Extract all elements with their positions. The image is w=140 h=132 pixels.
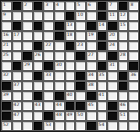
black-cell-r9c8 (75, 81, 86, 91)
white-cell-r13c1[interactable]: 52 (1, 121, 12, 131)
clue-number-12: 12 (120, 12, 126, 17)
white-cell-r12c4[interactable] (33, 111, 44, 121)
clue-number-38: 38 (88, 82, 94, 87)
white-cell-r3c12[interactable]: 15 (118, 21, 129, 31)
clue-number-24: 24 (109, 42, 115, 47)
white-cell-r11c13[interactable] (128, 101, 139, 111)
black-cell-r3c6 (54, 21, 65, 31)
white-cell-r5c13[interactable] (128, 41, 139, 51)
white-cell-r2c12[interactable]: 12 (118, 11, 129, 21)
clue-number-26: 26 (35, 52, 41, 57)
white-cell-r9c13[interactable] (128, 81, 139, 91)
black-cell-r9c1 (1, 81, 12, 91)
white-cell-r8c3[interactable] (22, 71, 33, 81)
black-cell-r5c10 (97, 41, 108, 51)
white-cell-r13c12[interactable] (118, 121, 129, 131)
white-cell-r10c1[interactable]: 39 (1, 91, 12, 101)
white-cell-r7c1[interactable] (1, 61, 12, 71)
black-cell-r6c3 (22, 51, 33, 61)
white-cell-r6c12[interactable]: 28 (118, 51, 129, 61)
clue-number-11: 11 (109, 12, 115, 17)
white-cell-r8c7[interactable] (65, 71, 76, 81)
white-cell-r8c11[interactable] (107, 71, 118, 81)
clue-number-42: 42 (14, 102, 20, 107)
white-cell-r5c6[interactable] (54, 41, 65, 51)
white-cell-r7c4[interactable] (33, 61, 44, 71)
white-cell-r6c2[interactable] (12, 51, 23, 61)
white-cell-r7c7[interactable] (65, 61, 76, 71)
black-cell-r3c2 (12, 21, 23, 31)
clue-number-51: 51 (120, 112, 126, 117)
white-cell-r4c8[interactable] (75, 31, 86, 41)
black-cell-r11c11 (107, 101, 118, 111)
clue-number-9: 9 (3, 12, 6, 17)
white-cell-r13c6[interactable] (54, 121, 65, 131)
white-cell-r2c13[interactable] (128, 11, 139, 21)
white-cell-r3c1[interactable] (1, 21, 12, 31)
white-cell-r9c4[interactable] (33, 81, 44, 91)
clue-number-27: 27 (88, 52, 94, 57)
white-cell-r6c10[interactable] (97, 51, 108, 61)
clue-number-6: 6 (88, 2, 91, 7)
white-cell-r7c9[interactable] (86, 61, 97, 71)
white-cell-r1c11[interactable]: 7 (107, 1, 118, 11)
clue-number-54: 54 (99, 122, 105, 127)
white-cell-r11c10[interactable] (97, 101, 108, 111)
white-cell-r5c9[interactable] (86, 41, 97, 51)
clue-number-36: 36 (130, 72, 136, 77)
clue-number-47: 47 (14, 112, 20, 117)
white-cell-r6c6[interactable] (54, 51, 65, 61)
white-cell-r13c2[interactable] (12, 121, 23, 131)
clue-number-41: 41 (99, 92, 105, 97)
black-cell-r13c9 (86, 121, 97, 131)
white-cell-r12c3[interactable] (22, 111, 33, 121)
white-cell-r13c5[interactable]: 53 (43, 121, 54, 131)
clue-number-5: 5 (77, 2, 80, 7)
clue-number-34: 34 (88, 72, 94, 77)
white-cell-r7c12[interactable] (118, 61, 129, 71)
white-cell-r13c11[interactable] (107, 121, 118, 131)
clue-number-16: 16 (3, 32, 9, 37)
white-cell-r10c13[interactable] (128, 91, 139, 101)
clue-number-48: 48 (56, 112, 62, 117)
clue-number-40: 40 (67, 92, 73, 97)
black-cell-r9c12 (118, 81, 129, 91)
white-cell-r10c3[interactable] (22, 91, 33, 101)
white-cell-r2c4[interactable] (33, 11, 44, 21)
white-cell-r8c1[interactable]: 32 (1, 71, 12, 81)
clue-number-32: 32 (3, 72, 9, 77)
white-cell-r11c5[interactable] (43, 101, 54, 111)
white-cell-r2c3[interactable] (22, 11, 33, 21)
black-cell-r3c4 (33, 21, 44, 31)
black-cell-r11c7 (65, 101, 76, 111)
black-cell-r10c4 (33, 91, 44, 101)
clue-number-45: 45 (88, 102, 94, 107)
white-cell-r2c5[interactable] (43, 11, 54, 21)
white-cell-r10c10[interactable]: 41 (97, 91, 108, 101)
black-cell-r6c11 (107, 51, 118, 61)
white-cell-r3c13[interactable] (128, 21, 139, 31)
white-cell-r12c13[interactable] (128, 111, 139, 121)
white-cell-r12c9[interactable] (86, 111, 97, 121)
white-cell-r2c1[interactable]: 9 (1, 11, 12, 21)
white-cell-r6c1[interactable]: 25 (1, 51, 12, 61)
white-cell-r1c5[interactable]: 3 (43, 1, 54, 11)
clue-number-20: 20 (109, 32, 115, 37)
white-cell-r9c6[interactable] (54, 81, 65, 91)
white-cell-r1c6[interactable]: 4 (54, 1, 65, 11)
white-cell-r8c9[interactable]: 34 (86, 71, 97, 81)
black-cell-r7c10 (97, 61, 108, 71)
white-cell-r6c5[interactable] (43, 51, 54, 61)
white-cell-r8c6[interactable] (54, 71, 65, 81)
white-cell-r2c2[interactable] (12, 11, 23, 21)
black-cell-r1c4 (33, 1, 44, 11)
white-cell-r1c8[interactable]: 5 (75, 1, 86, 11)
white-cell-r3c3[interactable] (22, 21, 33, 31)
clue-number-15: 15 (120, 22, 126, 27)
white-cell-r12c10[interactable] (97, 111, 108, 121)
black-cell-r3c9 (86, 21, 97, 31)
clue-number-23: 23 (77, 42, 83, 47)
white-cell-r5c1[interactable]: 21 (1, 41, 12, 51)
white-cell-r6c7[interactable] (65, 51, 76, 61)
clue-number-25: 25 (3, 52, 9, 57)
white-cell-r5c3[interactable] (22, 41, 33, 51)
white-cell-r5c2[interactable] (12, 41, 23, 51)
black-cell-r2c7 (65, 11, 76, 21)
clue-number-2: 2 (24, 2, 27, 7)
white-cell-r7c11[interactable]: 31 (107, 61, 118, 71)
white-cell-r12c12[interactable]: 51 (118, 111, 129, 121)
white-cell-r5c11[interactable]: 24 (107, 41, 118, 51)
white-cell-r1c13[interactable]: 8 (128, 1, 139, 11)
clue-number-52: 52 (3, 122, 9, 127)
black-cell-r13c4 (33, 121, 44, 131)
clue-number-44: 44 (56, 102, 62, 107)
white-cell-r13c7[interactable] (65, 121, 76, 131)
clue-number-33: 33 (45, 72, 51, 77)
clue-number-28: 28 (120, 52, 126, 57)
black-cell-r7c5 (43, 61, 54, 71)
crossword-grid: 1234567891011121314151617181920212223242… (0, 0, 140, 132)
white-cell-r9c2[interactable]: 37 (12, 81, 23, 91)
white-cell-r9c10[interactable] (97, 81, 108, 91)
clue-number-13: 13 (67, 22, 73, 27)
white-cell-r12c8[interactable]: 50 (75, 111, 86, 121)
white-cell-r8c10[interactable]: 35 (97, 71, 108, 81)
white-cell-r10c2[interactable] (12, 91, 23, 101)
black-cell-r8c4 (33, 71, 44, 81)
black-cell-r3c11 (107, 21, 118, 31)
black-cell-r12c1 (1, 111, 12, 121)
white-cell-r1c3[interactable]: 2 (22, 1, 33, 11)
clue-number-10: 10 (77, 12, 83, 17)
white-cell-r13c13[interactable] (128, 121, 139, 131)
white-cell-r2c11[interactable]: 11 (107, 11, 118, 21)
white-cell-r10c8[interactable] (75, 91, 86, 101)
clue-number-43: 43 (35, 102, 41, 107)
clue-number-8: 8 (130, 2, 133, 7)
white-cell-r4c5[interactable] (43, 31, 54, 41)
clue-number-19: 19 (88, 32, 94, 37)
white-cell-r11c6[interactable]: 44 (54, 101, 65, 111)
clue-number-21: 21 (3, 42, 9, 47)
clue-number-49: 49 (67, 112, 73, 117)
white-cell-r4c9[interactable]: 19 (86, 31, 97, 41)
white-cell-r4c12[interactable] (118, 31, 129, 41)
black-cell-r4c10 (97, 31, 108, 41)
white-cell-r6c4[interactable]: 26 (33, 51, 44, 61)
white-cell-r9c5[interactable] (43, 81, 54, 91)
black-cell-r7c2 (12, 61, 23, 71)
white-cell-r5c5[interactable]: 22 (43, 41, 54, 51)
white-cell-r3c10[interactable]: 14 (97, 21, 108, 31)
white-cell-r2c8[interactable]: 10 (75, 11, 86, 21)
white-cell-r2c6[interactable] (54, 11, 65, 21)
clue-number-3: 3 (45, 2, 48, 7)
white-cell-r5c8[interactable]: 23 (75, 41, 86, 51)
black-cell-r10c9 (86, 91, 97, 101)
white-cell-r4c11[interactable]: 20 (107, 31, 118, 41)
black-cell-r11c1 (1, 101, 12, 111)
white-cell-r3c7[interactable]: 13 (65, 21, 76, 31)
clue-number-31: 31 (109, 62, 115, 67)
clue-number-1: 1 (3, 2, 6, 7)
white-cell-r7c3[interactable]: 29 (22, 61, 33, 71)
black-cell-r8c12 (118, 71, 129, 81)
clue-number-39: 39 (3, 92, 9, 97)
white-cell-r11c12[interactable]: 46 (118, 101, 129, 111)
black-cell-r5c7 (65, 41, 76, 51)
clue-number-53: 53 (45, 122, 51, 127)
black-cell-r11c8 (75, 101, 86, 111)
black-cell-r1c10 (97, 1, 108, 11)
clue-number-17: 17 (14, 32, 20, 37)
white-cell-r11c2[interactable]: 42 (12, 101, 23, 111)
white-cell-r4c1[interactable]: 16 (1, 31, 12, 41)
white-cell-r8c5[interactable]: 33 (43, 71, 54, 81)
clue-number-18: 18 (67, 32, 73, 37)
white-cell-r10c5[interactable] (43, 91, 54, 101)
white-cell-r11c9[interactable]: 45 (86, 101, 97, 111)
black-cell-r7c13 (128, 61, 139, 71)
white-cell-r13c8[interactable] (75, 121, 86, 131)
white-cell-r4c7[interactable]: 18 (65, 31, 76, 41)
black-cell-r12c5 (43, 111, 54, 121)
white-cell-r8c2[interactable] (12, 71, 23, 81)
clue-number-46: 46 (120, 102, 126, 107)
white-cell-r11c4[interactable]: 43 (33, 101, 44, 111)
white-cell-r10c11[interactable] (107, 91, 118, 101)
black-cell-r12c11 (107, 111, 118, 121)
white-cell-r6c9[interactable]: 27 (86, 51, 97, 61)
white-cell-r5c12[interactable] (118, 41, 129, 51)
black-cell-r10c6 (54, 91, 65, 101)
white-cell-r11c3[interactable] (22, 101, 33, 111)
white-cell-r4c3[interactable] (22, 31, 33, 41)
white-cell-r9c11[interactable] (107, 81, 118, 91)
white-cell-r4c2[interactable]: 17 (12, 31, 23, 41)
white-cell-r2c9[interactable] (86, 11, 97, 21)
clue-number-30: 30 (56, 62, 62, 67)
white-cell-r4c13[interactable] (128, 31, 139, 41)
black-cell-r8c8 (75, 71, 86, 81)
clue-number-14: 14 (99, 22, 105, 27)
white-cell-r4c4[interactable] (33, 31, 44, 41)
white-cell-r1c1[interactable]: 1 (1, 1, 12, 11)
white-cell-r9c9[interactable]: 38 (86, 81, 97, 91)
clue-number-29: 29 (24, 62, 30, 67)
white-cell-r10c7[interactable]: 40 (65, 91, 76, 101)
white-cell-r8c13[interactable]: 36 (128, 71, 139, 81)
white-cell-r1c9[interactable]: 6 (86, 1, 97, 11)
white-cell-r6c13[interactable] (128, 51, 139, 61)
white-cell-r3c8[interactable] (75, 21, 86, 31)
black-cell-r6c8 (75, 51, 86, 61)
white-cell-r1c7[interactable] (65, 1, 76, 11)
clue-number-4: 4 (56, 2, 59, 7)
clue-number-50: 50 (77, 112, 83, 117)
white-cell-r12c7[interactable]: 49 (65, 111, 76, 121)
white-cell-r13c10[interactable]: 54 (97, 121, 108, 131)
white-cell-r12c2[interactable]: 47 (12, 111, 23, 121)
black-cell-r1c12 (118, 1, 129, 11)
black-cell-r4c6 (54, 31, 65, 41)
white-cell-r7c8[interactable] (75, 61, 86, 71)
white-cell-r7c6[interactable]: 30 (54, 61, 65, 71)
white-cell-r9c7[interactable] (65, 81, 76, 91)
black-cell-r5c4 (33, 41, 44, 51)
clue-number-35: 35 (99, 72, 105, 77)
clue-number-7: 7 (109, 2, 112, 7)
white-cell-r9c3[interactable] (22, 81, 33, 91)
white-cell-r10c12[interactable] (118, 91, 129, 101)
black-cell-r1c2 (12, 1, 23, 11)
white-cell-r13c3[interactable] (22, 121, 33, 131)
clue-number-22: 22 (45, 42, 51, 47)
white-cell-r3c5[interactable] (43, 21, 54, 31)
black-cell-r2c10 (97, 11, 108, 21)
clue-number-37: 37 (14, 82, 20, 87)
white-cell-r12c6[interactable]: 48 (54, 111, 65, 121)
